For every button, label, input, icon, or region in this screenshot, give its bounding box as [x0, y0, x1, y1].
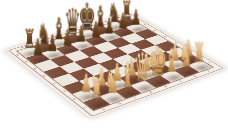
- white-rook[interactable]: ♜: [81, 74, 111, 103]
- product-photo-scene: abcdefgh abcdefgh 87654321 87654321 ♜♞♝♛…: [0, 0, 228, 128]
- black-pawn[interactable]: ♟: [24, 36, 51, 59]
- chessboard[interactable]: abcdefgh abcdefgh 87654321 87654321 ♜♞♝♛…: [4, 12, 227, 118]
- board-squares: ♜♞♝♛♚♝♞♜♟♟♟♟♟♟♟♟♟♟♟♟♟♟♟♟♜♞♝♛♚♝♞♜: [16, 17, 214, 111]
- square-a1[interactable]: ♜: [83, 96, 110, 110]
